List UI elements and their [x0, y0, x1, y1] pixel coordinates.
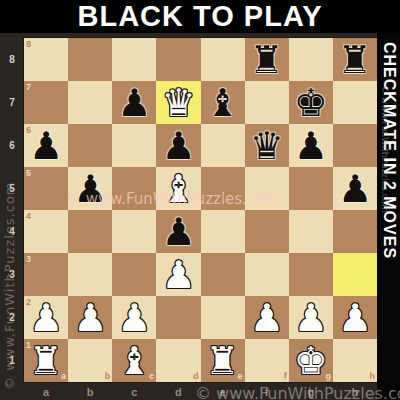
square-g5[interactable]: [289, 167, 333, 210]
square-b3[interactable]: [68, 253, 112, 296]
square-h1[interactable]: h: [333, 339, 377, 382]
square-f6[interactable]: ♛: [245, 124, 289, 167]
square-d6[interactable]: ♟: [156, 124, 200, 167]
white-bishop-d5: ♝: [156, 167, 200, 210]
square-d7[interactable]: ♛: [156, 81, 200, 124]
square-f5[interactable]: [245, 167, 289, 210]
square-c4[interactable]: [112, 210, 156, 253]
square-g7[interactable]: ♚: [289, 81, 333, 124]
black-rook-h8: ♜: [333, 38, 377, 81]
frame-rank-label-8: 8: [0, 38, 24, 81]
square-g6[interactable]: ♟: [289, 124, 333, 167]
square-h8[interactable]: ♜: [333, 38, 377, 81]
side-banner: CHECKMATE IN 2 MOVES: [377, 33, 400, 400]
square-rank-label: 6: [26, 125, 31, 135]
frame-file-label-a: a: [24, 383, 68, 400]
square-h4[interactable]: [333, 210, 377, 253]
frame-rank-label-1: 1: [0, 339, 24, 382]
square-rank-label: 2: [26, 297, 31, 307]
black-rook-f8: ♜: [245, 38, 289, 81]
frame-rank-label-3: 3: [0, 253, 24, 296]
square-rank-label: 1: [26, 340, 31, 350]
square-a3[interactable]: 3: [24, 253, 68, 296]
white-pawn-g2: ♟: [289, 296, 333, 339]
square-g8[interactable]: [289, 38, 333, 81]
square-file-label: h: [370, 371, 376, 381]
square-g3[interactable]: [289, 253, 333, 296]
square-c3[interactable]: [112, 253, 156, 296]
square-b7[interactable]: [68, 81, 112, 124]
square-a5[interactable]: 5: [24, 167, 68, 210]
square-f2[interactable]: ♟: [245, 296, 289, 339]
square-d8[interactable]: [156, 38, 200, 81]
square-b1[interactable]: b: [68, 339, 112, 382]
square-g4[interactable]: [289, 210, 333, 253]
black-pawn-g6: ♟: [289, 124, 333, 167]
square-rank-label: 8: [26, 39, 31, 49]
square-e8[interactable]: [201, 38, 245, 81]
black-king-g7: ♚: [289, 81, 333, 124]
square-file-label: a: [61, 371, 66, 381]
square-file-label: g: [325, 371, 331, 381]
square-a7[interactable]: 7: [24, 81, 68, 124]
frame-file-label-c: c: [112, 383, 156, 400]
square-a1[interactable]: 1a♜: [24, 339, 68, 382]
white-queen-d7: ♛: [156, 81, 200, 124]
square-h6[interactable]: [333, 124, 377, 167]
square-c2[interactable]: ♟: [112, 296, 156, 339]
square-h5[interactable]: ♟: [333, 167, 377, 210]
square-a4[interactable]: 4: [24, 210, 68, 253]
square-b8[interactable]: [68, 38, 112, 81]
square-g1[interactable]: g♚: [289, 339, 333, 382]
side-banner-text: CHECKMATE IN 2 MOVES: [380, 42, 398, 400]
frame-rank-label-2: 2: [0, 296, 24, 339]
square-b4[interactable]: [68, 210, 112, 253]
square-a6[interactable]: 6♟: [24, 124, 68, 167]
square-rank-label: 5: [26, 168, 31, 178]
white-pawn-f2: ♟: [245, 296, 289, 339]
square-e3[interactable]: [201, 253, 245, 296]
square-c7[interactable]: ♟: [112, 81, 156, 124]
black-pawn-b5: ♟: [68, 167, 112, 210]
square-rank-label: 7: [26, 82, 31, 92]
square-b2[interactable]: ♟: [68, 296, 112, 339]
square-g2[interactable]: ♟: [289, 296, 333, 339]
square-f8[interactable]: ♜: [245, 38, 289, 81]
puzzle-screen: BLACK TO PLAY 87654321 8♜♜7♟♛♝♚6♟♟♛♟5♟♝♟…: [0, 0, 400, 400]
frame-file-label-b: b: [68, 383, 112, 400]
square-d4[interactable]: ♟: [156, 210, 200, 253]
square-e7[interactable]: ♝: [201, 81, 245, 124]
square-c5[interactable]: [112, 167, 156, 210]
black-pawn-d6: ♟: [156, 124, 200, 167]
chess-board: 8♜♜7♟♛♝♚6♟♟♛♟5♟♝♟4♟3♟2♟♟♟♟♟♟1a♜bc♝de♜fg♚…: [24, 38, 377, 382]
black-pawn-h5: ♟: [333, 167, 377, 210]
frame-rank-label-4: 4: [0, 210, 24, 253]
square-c8[interactable]: [112, 38, 156, 81]
frame-rank-label-5: 5: [0, 167, 24, 210]
puzzle-title: BLACK TO PLAY: [77, 0, 322, 33]
square-c6[interactable]: [112, 124, 156, 167]
frame-file-label-f: f: [245, 383, 289, 400]
square-f1[interactable]: f: [245, 339, 289, 382]
square-b5[interactable]: ♟: [68, 167, 112, 210]
square-d5[interactable]: ♝: [156, 167, 200, 210]
square-f3[interactable]: [245, 253, 289, 296]
rank-labels-frame: 87654321: [0, 38, 24, 382]
square-file-label: f: [284, 371, 287, 381]
white-pawn-d3: ♟: [156, 253, 200, 296]
square-h7[interactable]: [333, 81, 377, 124]
square-d2[interactable]: [156, 296, 200, 339]
square-rank-label: 4: [26, 211, 31, 221]
square-h2[interactable]: ♟: [333, 296, 377, 339]
square-file-label: d: [193, 371, 199, 381]
white-pawn-h2: ♟: [333, 296, 377, 339]
frame-rank-label-6: 6: [0, 124, 24, 167]
square-f7[interactable]: [245, 81, 289, 124]
black-pawn-c7: ♟: [112, 81, 156, 124]
square-e5[interactable]: [201, 167, 245, 210]
square-file-label: b: [105, 371, 111, 381]
square-e1[interactable]: e♜: [201, 339, 245, 382]
square-e6[interactable]: [201, 124, 245, 167]
frame-file-label-g: g: [289, 383, 333, 400]
square-file-label: e: [238, 371, 243, 381]
black-bishop-e7: ♝: [201, 81, 245, 124]
frame-file-label-h: h: [333, 383, 377, 400]
square-a8[interactable]: 8: [24, 38, 68, 81]
square-a2[interactable]: 2♟: [24, 296, 68, 339]
square-d1[interactable]: d: [156, 339, 200, 382]
frame-file-label-e: e: [201, 383, 245, 400]
frame-file-label-d: d: [156, 383, 200, 400]
title-bar: BLACK TO PLAY: [0, 0, 400, 33]
square-f4[interactable]: [245, 210, 289, 253]
square-e4[interactable]: [201, 210, 245, 253]
square-c1[interactable]: c♝: [112, 339, 156, 382]
file-labels-frame: abcdefgh: [24, 383, 377, 400]
square-d3[interactable]: ♟: [156, 253, 200, 296]
frame-rank-label-7: 7: [0, 81, 24, 124]
square-b6[interactable]: [68, 124, 112, 167]
black-queen-f6: ♛: [245, 124, 289, 167]
square-e2[interactable]: [201, 296, 245, 339]
square-file-label: c: [149, 371, 154, 381]
black-pawn-d4: ♟: [156, 210, 200, 253]
white-pawn-c2: ♟: [112, 296, 156, 339]
square-h3[interactable]: [333, 253, 377, 296]
square-rank-label: 3: [26, 254, 31, 264]
white-pawn-b2: ♟: [68, 296, 112, 339]
